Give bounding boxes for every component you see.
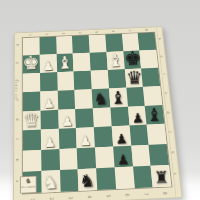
square-b5[interactable] [95, 147, 114, 169]
black-knight[interactable]: ♞ [78, 171, 97, 190]
square-f2[interactable] [40, 72, 57, 91]
square-f4[interactable] [74, 70, 92, 89]
coord-label: 2 [44, 33, 49, 35]
square-h7[interactable] [121, 33, 139, 51]
square-e1[interactable] [23, 91, 41, 111]
coord-label: 1 [27, 198, 35, 200]
coord-label: d [15, 118, 20, 124]
square-h2[interactable] [39, 37, 56, 55]
coord-label: f [15, 80, 20, 86]
square-b2[interactable] [41, 149, 60, 171]
coord-label: 4 [84, 195, 92, 198]
square-c6[interactable]: ♟ [111, 126, 130, 147]
square-a6[interactable] [114, 167, 134, 189]
square-h1[interactable] [23, 37, 40, 55]
square-f5[interactable] [91, 70, 109, 89]
square-a5[interactable] [96, 168, 116, 190]
square-g8[interactable] [140, 50, 159, 69]
black-queen[interactable]: ♛ [125, 68, 143, 87]
square-a8[interactable]: ♜ [151, 165, 172, 187]
coord-label: g [16, 61, 21, 66]
coord-label: b [15, 159, 20, 165]
square-c4[interactable]: ♟ [76, 127, 95, 148]
square-h3[interactable] [56, 36, 73, 54]
square-e2[interactable]: ♟ [40, 90, 58, 110]
square-c2[interactable]: ♟ [41, 129, 59, 150]
square-c7[interactable] [129, 125, 149, 146]
coord-label: 5 [103, 194, 111, 197]
square-a7[interactable] [133, 166, 153, 188]
black-knight[interactable]: ♞ [92, 90, 110, 107]
white-pawn[interactable]: ♟ [58, 114, 76, 128]
white-pawn[interactable]: ♟ [40, 135, 59, 149]
square-d5[interactable] [93, 107, 112, 127]
coord-label: g [159, 55, 164, 60]
square-f1[interactable] [23, 73, 40, 92]
square-f3[interactable] [57, 71, 75, 90]
coord-label: 7 [141, 192, 149, 195]
square-g1[interactable]: ♚ [23, 55, 40, 74]
vinyl-chess-mat: 12345678 12345678 hgfedcba hgfedcba US C… [13, 26, 183, 200]
square-g2[interactable]: ♟ [40, 54, 57, 73]
square-d1[interactable]: ♛ [23, 110, 41, 130]
photo-background: 12345678 12345678 hgfedcba hgfedcba US C… [0, 0, 200, 200]
square-c8[interactable] [147, 124, 167, 145]
square-f6[interactable] [108, 69, 126, 88]
square-f8[interactable] [141, 67, 160, 86]
black-pawn[interactable]: ♟ [114, 152, 133, 166]
black-pawn[interactable]: ♟ [112, 132, 131, 146]
black-pawn[interactable]: ♟ [128, 111, 146, 125]
coord-label: 3 [65, 196, 73, 199]
coord-label: c [168, 131, 173, 137]
square-e7[interactable] [126, 87, 145, 107]
square-b4[interactable] [77, 148, 96, 170]
coord-label: c [15, 138, 20, 144]
square-h5[interactable] [89, 35, 107, 53]
square-b6[interactable]: ♟ [113, 146, 133, 168]
square-d2[interactable] [40, 109, 58, 129]
coord-label: f [161, 73, 166, 79]
white-bishop[interactable]: ♝ [56, 54, 74, 72]
square-e6[interactable]: ♝ [109, 87, 128, 107]
white-queen[interactable]: ♛ [22, 111, 41, 131]
coord-label: a [173, 173, 179, 180]
coord-label: e [15, 99, 20, 105]
coord-label: 5 [94, 31, 99, 33]
coord-label: 6 [122, 193, 130, 196]
white-pawn[interactable]: ♟ [40, 96, 58, 110]
square-h8[interactable] [138, 32, 156, 50]
square-g3[interactable]: ♝ [56, 53, 73, 72]
coords-left: hgfedcba [14, 37, 21, 195]
square-g4[interactable] [73, 53, 91, 72]
coord-label: 8 [144, 29, 149, 31]
square-f7[interactable]: ♛ [124, 68, 143, 87]
square-b7[interactable] [131, 145, 151, 167]
black-bishop[interactable]: ♝ [146, 106, 165, 125]
square-g6[interactable]: ♝ [106, 51, 124, 70]
coord-label: h [16, 44, 20, 49]
coord-label: h [157, 38, 162, 43]
coord-label: 2 [46, 197, 54, 200]
white-king[interactable]: ♚ [22, 53, 40, 72]
square-h4[interactable] [72, 35, 89, 53]
square-b3[interactable] [59, 148, 78, 170]
coord-label: a [15, 180, 20, 187]
square-a2[interactable]: ♞ [41, 170, 60, 192]
coord-label: 6 [111, 30, 116, 32]
square-b8[interactable] [149, 144, 169, 166]
square-g5[interactable] [90, 52, 108, 71]
square-g7[interactable]: ♚ [123, 50, 141, 69]
square-h6[interactable] [105, 34, 123, 52]
square-e8[interactable] [143, 86, 162, 106]
coord-label: 7 [127, 30, 132, 32]
coord-label: e [164, 92, 169, 98]
coord-label: 8 [160, 192, 168, 195]
white-pawn[interactable]: ♟ [39, 59, 57, 72]
square-b1[interactable] [23, 150, 41, 172]
black-rook[interactable]: ♜ [152, 169, 171, 187]
square-e5[interactable]: ♞ [92, 88, 110, 108]
square-c5[interactable] [94, 127, 113, 148]
white-knight[interactable]: ♞ [41, 173, 60, 192]
coord-label: 3 [61, 32, 66, 34]
square-a3[interactable] [60, 169, 79, 191]
square-d4[interactable] [75, 108, 94, 128]
white-bishop[interactable]: ♝ [107, 52, 125, 70]
square-d3[interactable]: ♟ [58, 109, 76, 129]
black-king[interactable]: ♚ [123, 49, 141, 68]
square-d6[interactable] [110, 106, 129, 126]
coord-label: 1 [28, 34, 33, 36]
square-d8[interactable]: ♝ [145, 105, 165, 125]
square-c3[interactable] [58, 128, 77, 149]
coord-label: b [170, 152, 176, 158]
square-e3[interactable] [57, 90, 75, 110]
square-d7[interactable]: ♟ [128, 105, 147, 125]
square-e4[interactable] [74, 89, 92, 109]
chess-board: ♚♟♝♝♚♛♟♞♝♛♟♟♝♟♟♟♟♞♞♜ [22, 32, 173, 195]
black-bishop[interactable]: ♝ [109, 88, 127, 106]
coord-label: d [166, 111, 171, 117]
coord-label: 4 [78, 32, 83, 34]
square-a4[interactable]: ♞ [78, 168, 97, 190]
white-pawn[interactable]: ♟ [76, 134, 95, 148]
square-c1[interactable] [23, 130, 41, 151]
